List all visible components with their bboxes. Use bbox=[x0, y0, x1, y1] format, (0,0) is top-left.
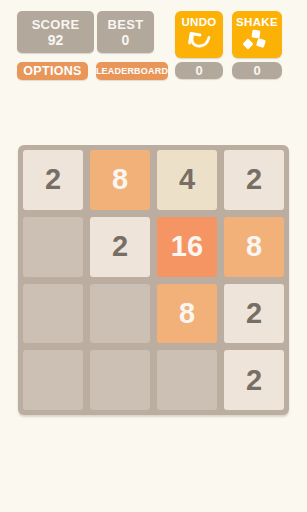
shake-label: SHAKE bbox=[236, 16, 278, 29]
undo-label: UNDO bbox=[181, 16, 216, 29]
shake-dice-icon bbox=[243, 30, 271, 52]
board-cell bbox=[23, 284, 83, 344]
board-cell: 16 bbox=[157, 217, 217, 277]
score-box: SCORE 92 bbox=[17, 11, 94, 53]
board-cell: 2 bbox=[90, 217, 150, 277]
best-value: 0 bbox=[122, 32, 130, 48]
board-cell: 2 bbox=[23, 150, 83, 210]
leaderboard-label: LEADERBOARD bbox=[96, 66, 168, 76]
board-cell bbox=[157, 350, 217, 410]
score-value: 92 bbox=[48, 32, 64, 48]
board-cell bbox=[23, 217, 83, 277]
board-cell: 8 bbox=[224, 217, 284, 277]
board-cell: 8 bbox=[90, 150, 150, 210]
board-cell bbox=[23, 350, 83, 410]
shake-button[interactable]: SHAKE bbox=[232, 11, 282, 58]
board-cell: 2 bbox=[224, 150, 284, 210]
shake-count: 0 bbox=[232, 62, 282, 79]
score-label: SCORE bbox=[32, 17, 80, 32]
best-label: BEST bbox=[108, 17, 144, 32]
board-cell bbox=[90, 284, 150, 344]
game-board[interactable]: 2 8 4 2 2 16 8 8 2 2 bbox=[18, 145, 289, 415]
board-cell: 8 bbox=[157, 284, 217, 344]
options-button[interactable]: OPTIONS bbox=[17, 62, 88, 80]
options-label: OPTIONS bbox=[23, 64, 81, 78]
undo-button[interactable]: UNDO bbox=[175, 11, 223, 58]
best-box: BEST 0 bbox=[97, 11, 154, 53]
undo-arrow-icon bbox=[185, 30, 213, 52]
undo-count: 0 bbox=[175, 62, 223, 79]
board-cell: 4 bbox=[157, 150, 217, 210]
board-cell: 2 bbox=[224, 350, 284, 410]
board-cell: 2 bbox=[224, 284, 284, 344]
leaderboard-button[interactable]: LEADERBOARD bbox=[96, 62, 168, 80]
board-cell bbox=[90, 350, 150, 410]
